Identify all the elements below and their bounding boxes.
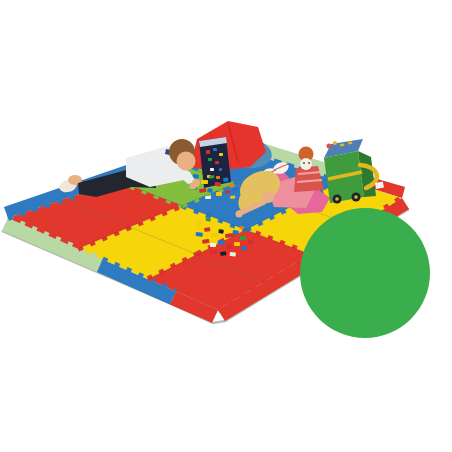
lego-block	[233, 187, 238, 192]
lego-block	[206, 150, 210, 154]
toy-box-wheel-hub-right	[354, 195, 358, 199]
lego-block	[248, 240, 253, 244]
lego-block	[240, 226, 244, 229]
lego-block	[204, 227, 210, 232]
lego-block	[211, 233, 218, 237]
lego-block	[215, 161, 219, 164]
lego-block	[218, 229, 224, 234]
lego-block	[196, 232, 203, 237]
lego-block	[208, 158, 212, 161]
doll-face	[300, 158, 312, 170]
lego-block	[230, 252, 236, 257]
lego-block	[210, 250, 217, 254]
lego-block	[213, 148, 217, 151]
boy-hand-2	[190, 183, 197, 190]
green-circle-swatch	[300, 208, 430, 338]
lego-block	[219, 168, 222, 171]
lego-block	[232, 230, 238, 235]
lego-block	[197, 221, 203, 226]
lego-block	[220, 251, 226, 256]
lego-block	[223, 177, 228, 182]
toy-box-wheel-hub-left	[335, 197, 339, 201]
girl-hand	[236, 211, 243, 218]
lego-block	[210, 243, 216, 247]
lego-block	[234, 242, 240, 246]
toy-box-top-bump-2	[333, 141, 337, 145]
doll-eye-right	[308, 162, 310, 164]
lego-block	[210, 168, 214, 171]
lego-block	[205, 196, 211, 199]
lego-block	[241, 246, 247, 251]
lego-block	[216, 192, 222, 196]
lego-block	[201, 180, 208, 184]
lego-block	[219, 153, 223, 156]
scene-svg	[0, 0, 452, 452]
lego-block	[226, 244, 232, 249]
lego-block	[215, 182, 221, 187]
product-photo	[0, 0, 452, 452]
lego-block	[240, 236, 246, 240]
lego-block	[216, 176, 220, 179]
lego-block	[225, 233, 232, 238]
doll-eye-left	[303, 162, 305, 164]
toy-box-top-bump	[327, 144, 332, 149]
boy-face	[177, 152, 196, 171]
